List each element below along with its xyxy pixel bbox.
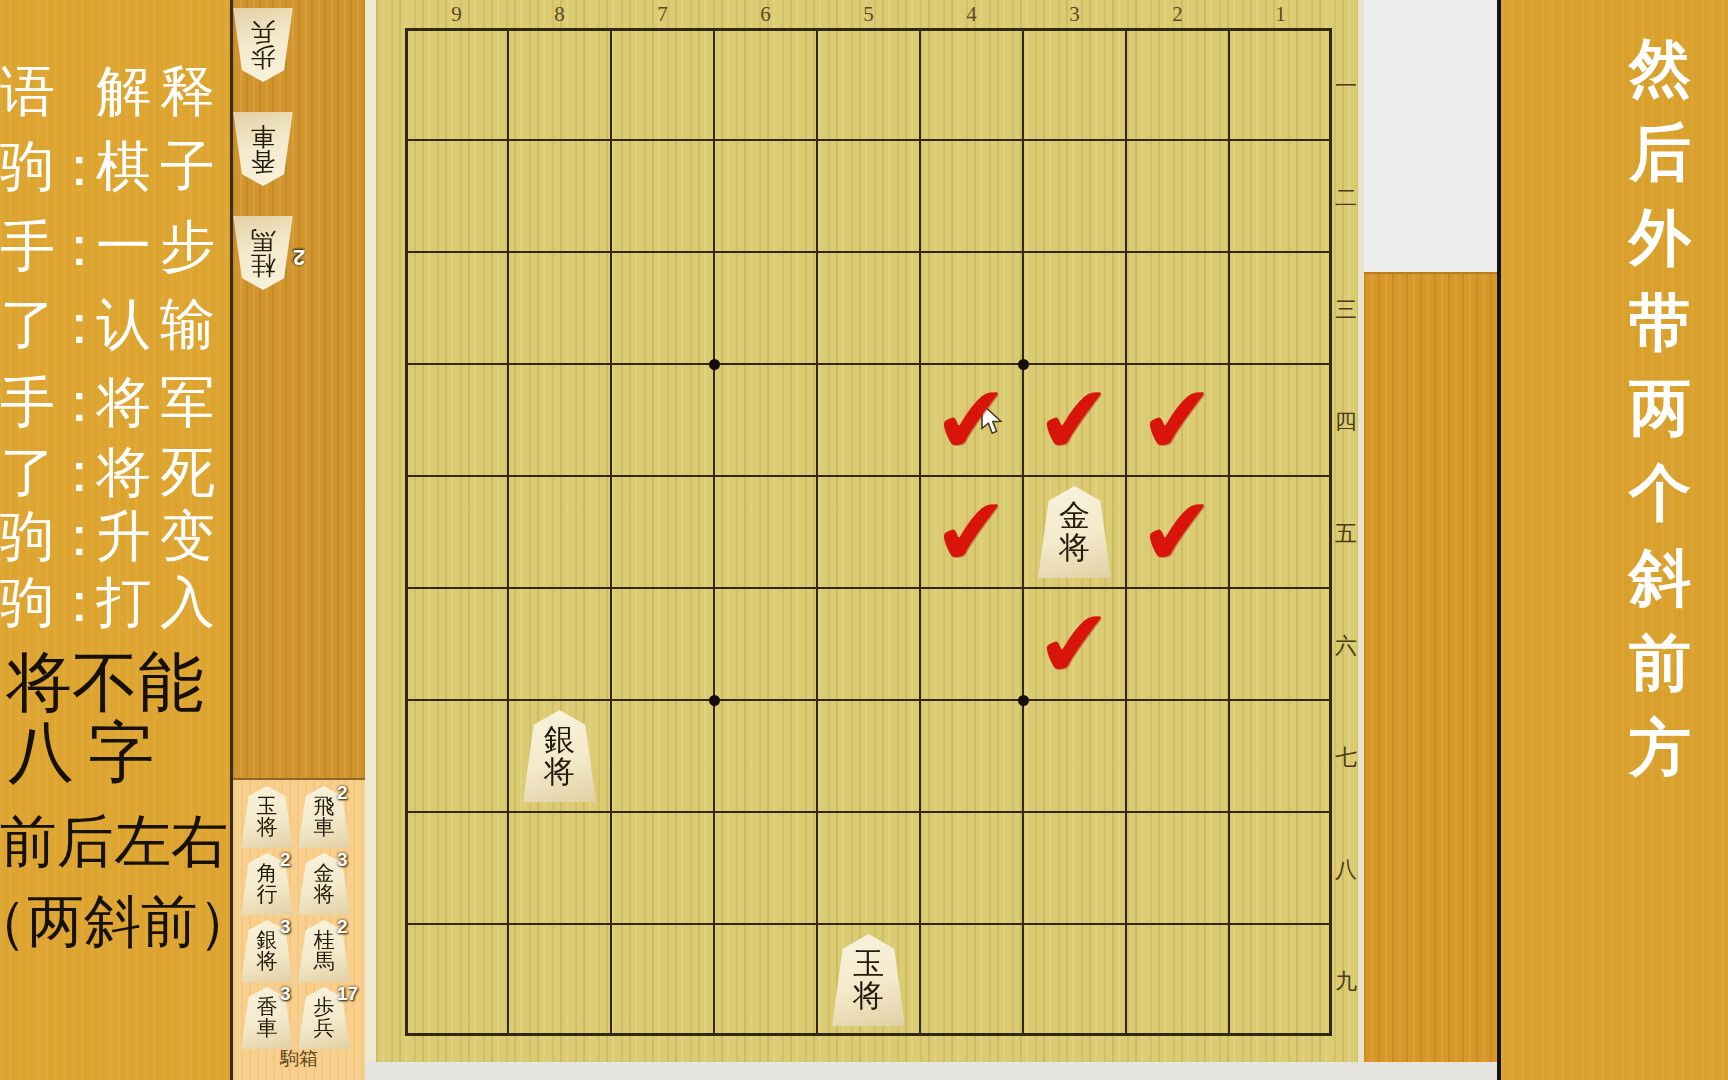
rank-label-六: 六	[1334, 631, 1358, 661]
square-2八[interactable]	[1126, 812, 1229, 924]
koma-kanji: 桂	[251, 253, 276, 279]
note-line: （两斜前）	[0, 892, 255, 952]
board-left-edge	[365, 0, 376, 1062]
square-7九[interactable]	[611, 924, 714, 1036]
caption-char: 前	[1614, 628, 1706, 698]
caption-char: 然	[1614, 33, 1706, 103]
term-row: 手：一步	[0, 212, 230, 282]
term-row: 了：认输	[0, 290, 230, 360]
caption-char: 外	[1614, 203, 1706, 273]
term-fragment: 手	[0, 368, 55, 438]
square-3二[interactable]	[1023, 140, 1126, 252]
file-label-1: 1	[1229, 2, 1332, 27]
term-fragment: 语	[0, 57, 55, 127]
term-fragment: 驹	[0, 568, 55, 638]
koma-kanji: 馬	[251, 228, 276, 254]
square-9五[interactable]	[405, 476, 508, 588]
rank-label-一: 一	[1334, 71, 1358, 101]
square-1二[interactable]	[1229, 140, 1332, 252]
grid-line-horizontal	[408, 699, 1329, 701]
terminology-panel: 语解释驹：棋子手：一步了：认输手：将军了：将死驹：升变驹：打入将不能八字前后左右…	[0, 0, 230, 1080]
square-7六[interactable]	[611, 588, 714, 700]
square-4九[interactable]	[920, 924, 1023, 1036]
term-definition: 升变	[96, 502, 224, 572]
grid-line-horizontal	[408, 139, 1329, 141]
square-5八[interactable]	[817, 812, 920, 924]
term-fragment: 了	[0, 290, 55, 360]
window-bottom-edge	[365, 1062, 1497, 1080]
file-label-6: 6	[714, 2, 817, 27]
square-6七[interactable]	[714, 700, 817, 812]
term-row: 驹：棋子	[0, 132, 230, 202]
koma-kanji: 兵	[314, 1018, 335, 1039]
caption-char: 后	[1614, 118, 1706, 188]
square-1五[interactable]	[1229, 476, 1332, 588]
koma-kanji: 飛	[314, 796, 335, 817]
note-line: 前后左右	[0, 812, 228, 872]
term-definition: 解释	[96, 57, 224, 127]
box-piece-count: 3	[337, 849, 348, 871]
square-5五[interactable]	[817, 476, 920, 588]
grid-line-horizontal	[408, 923, 1329, 925]
star-point	[709, 695, 720, 706]
grid-line-vertical	[610, 31, 612, 1033]
piece-box-label: 駒箱	[233, 1046, 365, 1072]
square-9八[interactable]	[405, 812, 508, 924]
square-8四[interactable]	[508, 364, 611, 476]
square-8一[interactable]	[508, 28, 611, 140]
file-label-8: 8	[508, 2, 611, 27]
koma-kanji: 馬	[314, 951, 335, 972]
square-1七[interactable]	[1229, 700, 1332, 812]
square-9二[interactable]	[405, 140, 508, 252]
koma-kanji: 車	[257, 1018, 278, 1039]
grid-line-horizontal	[408, 811, 1329, 813]
rank-label-三: 三	[1334, 295, 1358, 325]
term-fragment: 手	[0, 212, 55, 282]
grid-line-vertical	[507, 31, 509, 1033]
rank-label-四: 四	[1334, 407, 1358, 437]
square-3七[interactable]	[1023, 700, 1126, 812]
grid-line-horizontal	[408, 587, 1329, 589]
koma-kanji: 車	[314, 817, 335, 838]
box-piece-count: 3	[280, 916, 291, 938]
term-row: 语解释	[0, 57, 230, 127]
square-7三[interactable]	[611, 252, 714, 364]
star-point	[709, 359, 720, 370]
term-definition: 一步	[96, 212, 224, 282]
square-4八[interactable]	[920, 812, 1023, 924]
square-6五[interactable]	[714, 476, 817, 588]
rank-label-九: 九	[1334, 967, 1358, 997]
koma-kanji: 香	[251, 149, 276, 175]
koma-kanji: 金	[314, 863, 335, 884]
koma-kanji: 香	[257, 997, 278, 1018]
square-6二[interactable]	[714, 140, 817, 252]
square-2七[interactable]	[1126, 700, 1229, 812]
term-definition: 将死	[96, 438, 224, 508]
term-fragment: 驹	[0, 502, 55, 572]
square-2三[interactable]	[1126, 252, 1229, 364]
square-6四[interactable]	[714, 364, 817, 476]
grid-line-vertical	[713, 31, 715, 1033]
rank-label-八: 八	[1334, 855, 1358, 885]
rank-label-五: 五	[1334, 519, 1358, 549]
koma-kanji: 歩	[251, 45, 276, 71]
file-label-3: 3	[1023, 2, 1126, 27]
file-label-7: 7	[611, 2, 714, 27]
file-label-2: 2	[1126, 2, 1229, 27]
move-checkmark-2五: ✔	[1122, 473, 1233, 592]
term-definition: 打入	[96, 568, 224, 638]
square-6三[interactable]	[714, 252, 817, 364]
term-row: 手：将军	[0, 368, 230, 438]
square-9四[interactable]	[405, 364, 508, 476]
koma-kanji: 桂	[314, 930, 335, 951]
koma-kanji: 将	[544, 756, 575, 788]
square-1六[interactable]	[1229, 588, 1332, 700]
square-5一[interactable]	[817, 28, 920, 140]
square-2九[interactable]	[1126, 924, 1229, 1036]
rank-label-七: 七	[1334, 743, 1358, 773]
square-9九[interactable]	[405, 924, 508, 1036]
square-1三[interactable]	[1229, 252, 1332, 364]
square-6一[interactable]	[714, 28, 817, 140]
square-4七[interactable]	[920, 700, 1023, 812]
square-3一[interactable]	[1023, 28, 1126, 140]
term-fragment: 驹	[0, 132, 55, 202]
grid-line-horizontal	[408, 251, 1329, 253]
square-5二[interactable]	[817, 140, 920, 252]
square-5三[interactable]	[817, 252, 920, 364]
note-line: 八字	[8, 718, 168, 787]
koma-kanji: 玉	[257, 796, 278, 817]
box-piece-count: 17	[337, 983, 358, 1005]
square-2一[interactable]	[1126, 28, 1229, 140]
term-definition: 棋子	[96, 132, 224, 202]
square-8八[interactable]	[508, 812, 611, 924]
term-fragment: 了	[0, 438, 55, 508]
box-piece-count: 2	[280, 849, 291, 871]
square-9七[interactable]	[405, 700, 508, 812]
square-4六[interactable]	[920, 588, 1023, 700]
square-6九[interactable]	[714, 924, 817, 1036]
square-4二[interactable]	[920, 140, 1023, 252]
square-1八[interactable]	[1229, 812, 1332, 924]
square-8九[interactable]	[508, 924, 611, 1036]
square-6八[interactable]	[714, 812, 817, 924]
koma-kanji: 将	[257, 817, 278, 838]
term-row: 驹：升变	[0, 502, 230, 572]
square-7四[interactable]	[611, 364, 714, 476]
koma-kanji: 将	[314, 884, 335, 905]
screen: 语解释驹：棋子手：一步了：认输手：将军了：将死驹：升变驹：打入将不能八字前后左右…	[0, 0, 1728, 1080]
square-9一[interactable]	[405, 28, 508, 140]
square-7一[interactable]	[611, 28, 714, 140]
file-label-4: 4	[920, 2, 1023, 27]
koma-kanji: 将	[1059, 532, 1090, 564]
move-checkmark-2四: ✔	[1122, 361, 1233, 480]
square-8六[interactable]	[508, 588, 611, 700]
square-5七[interactable]	[817, 700, 920, 812]
square-9六[interactable]	[405, 588, 508, 700]
square-8五[interactable]	[508, 476, 611, 588]
koma-kanji: 角	[257, 863, 278, 884]
caption-char: 两	[1614, 373, 1706, 443]
caption-char: 方	[1614, 713, 1706, 783]
koma-kanji: 銀	[544, 724, 575, 756]
square-3三[interactable]	[1023, 252, 1126, 364]
term-row: 驹：打入	[0, 568, 230, 638]
term-definition: 将军	[96, 368, 224, 438]
koma-kanji: 歩	[314, 997, 335, 1018]
koma-kanji: 玉	[853, 948, 884, 980]
square-3八[interactable]	[1023, 812, 1126, 924]
caption-char: 带	[1614, 288, 1706, 358]
square-7八[interactable]	[611, 812, 714, 924]
square-1一[interactable]	[1229, 28, 1332, 140]
square-3九[interactable]	[1023, 924, 1126, 1036]
square-7二[interactable]	[611, 140, 714, 252]
square-6六[interactable]	[714, 588, 817, 700]
move-checkmark-3六: ✔	[1019, 585, 1130, 704]
square-1四[interactable]	[1229, 364, 1332, 476]
square-5六[interactable]	[817, 588, 920, 700]
square-8三[interactable]	[508, 252, 611, 364]
move-checkmark-3四: ✔	[1019, 361, 1130, 480]
koma-kanji: 将	[853, 980, 884, 1012]
term-definition: 认输	[96, 290, 224, 360]
note-line: 将不能	[6, 648, 204, 717]
square-7七[interactable]	[611, 700, 714, 812]
caption-char: 个	[1614, 458, 1706, 528]
hand-piece-count: 2	[293, 244, 305, 270]
square-2二[interactable]	[1126, 140, 1229, 252]
player-piece-stand	[1364, 272, 1497, 1064]
square-4一[interactable]	[920, 28, 1023, 140]
koma-kanji: 銀	[257, 930, 278, 951]
koma-kanji: 金	[1059, 500, 1090, 532]
rank-label-二: 二	[1334, 183, 1358, 213]
square-4三[interactable]	[920, 252, 1023, 364]
box-piece-count: 2	[337, 782, 348, 804]
square-1九[interactable]	[1229, 924, 1332, 1036]
window-background	[1364, 0, 1497, 272]
square-5四[interactable]	[817, 364, 920, 476]
move-checkmark-4五: ✔	[916, 473, 1027, 592]
grid-line-vertical	[816, 31, 818, 1033]
caption-char: 斜	[1614, 543, 1706, 613]
move-checkmark-4四: ✔	[916, 361, 1027, 480]
term-row: 了：将死	[0, 438, 230, 508]
koma-kanji: 車	[251, 124, 276, 150]
koma-kanji: 将	[257, 951, 278, 972]
koma-kanji: 行	[257, 884, 278, 905]
file-label-9: 9	[405, 2, 508, 27]
box-piece-count: 2	[337, 916, 348, 938]
box-piece-count: 3	[280, 983, 291, 1005]
square-7五[interactable]	[611, 476, 714, 588]
square-8二[interactable]	[508, 140, 611, 252]
square-2六[interactable]	[1126, 588, 1229, 700]
square-9三[interactable]	[405, 252, 508, 364]
file-label-5: 5	[817, 2, 920, 27]
koma-kanji: 兵	[251, 20, 276, 46]
